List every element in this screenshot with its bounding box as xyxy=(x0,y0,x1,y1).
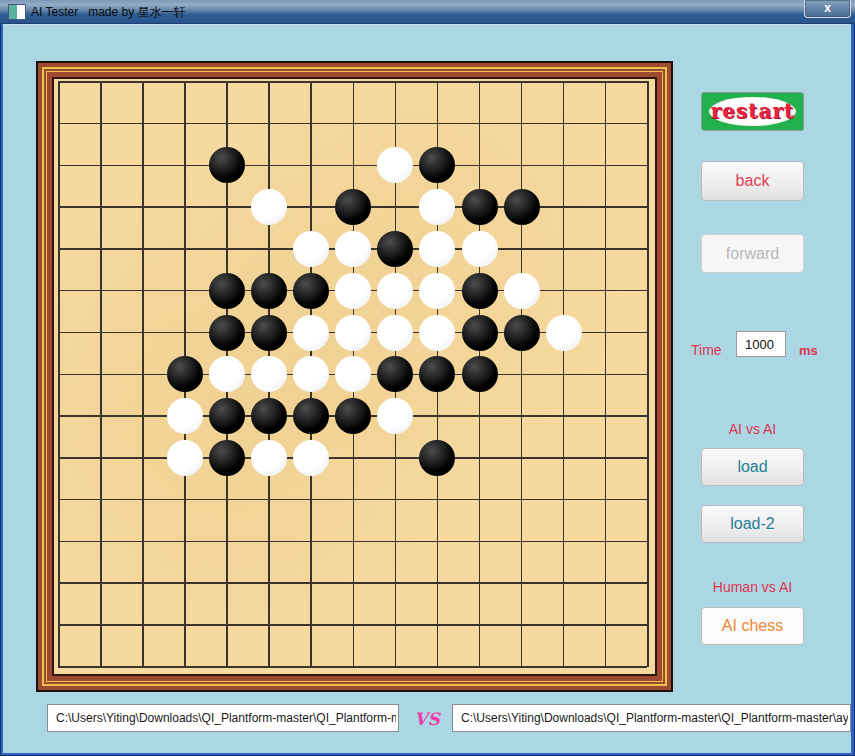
grid-line-horizontal xyxy=(58,541,647,543)
stone-white xyxy=(377,398,413,434)
stone-black xyxy=(462,356,498,392)
stone-black xyxy=(377,231,413,267)
stone-black xyxy=(335,398,371,434)
stone-white xyxy=(546,315,582,351)
stone-white xyxy=(335,315,371,351)
vs-label: VS xyxy=(405,709,449,729)
board-gold-trim-inner xyxy=(46,71,663,682)
stone-white xyxy=(293,440,329,476)
forward-button[interactable]: forward xyxy=(701,234,804,273)
close-icon: x xyxy=(824,1,831,15)
stone-black xyxy=(251,315,287,351)
load-button[interactable]: load xyxy=(701,448,804,486)
stone-white xyxy=(419,189,455,225)
stone-white xyxy=(419,231,455,267)
grid-line-horizontal xyxy=(58,624,647,626)
grid-line-horizontal xyxy=(58,666,647,668)
stone-black xyxy=(251,398,287,434)
client-area: restart back forward Time ms AI vs AI lo… xyxy=(3,24,851,753)
stone-black xyxy=(462,189,498,225)
restart-label: restart xyxy=(702,93,803,130)
stone-white xyxy=(335,356,371,392)
stone-black xyxy=(167,356,203,392)
board-gold-trim-outer xyxy=(42,67,667,686)
stone-black xyxy=(293,398,329,434)
titlebar[interactable]: AI Tester made by 星水一轩 x xyxy=(0,0,855,24)
stone-white xyxy=(293,231,329,267)
grid-line-horizontal xyxy=(58,499,647,501)
stone-black xyxy=(419,356,455,392)
stone-white xyxy=(377,273,413,309)
grid-line-horizontal xyxy=(58,457,647,459)
board-surface[interactable] xyxy=(52,77,657,676)
window-title: AI Tester made by 星水一轩 xyxy=(31,4,186,21)
ai-chess-button[interactable]: AI chess xyxy=(701,607,804,645)
close-button[interactable]: x xyxy=(804,0,851,18)
app-icon xyxy=(8,4,26,20)
stone-black xyxy=(504,315,540,351)
stone-white xyxy=(335,273,371,309)
stone-black xyxy=(377,356,413,392)
stone-black xyxy=(462,315,498,351)
stone-white xyxy=(504,273,540,309)
stone-black xyxy=(251,273,287,309)
stone-white xyxy=(251,440,287,476)
stone-white xyxy=(419,315,455,351)
grid-line-vertical xyxy=(521,81,523,667)
app-window: AI Tester made by 星水一轩 x restart back fo… xyxy=(0,0,855,756)
stone-white xyxy=(293,356,329,392)
stone-black xyxy=(335,189,371,225)
stone-white xyxy=(462,231,498,267)
stone-black xyxy=(504,189,540,225)
time-label: Time xyxy=(691,342,722,358)
grid-line-horizontal xyxy=(58,582,647,584)
right-ai-path-input[interactable] xyxy=(452,704,851,732)
grid-line-vertical xyxy=(647,81,649,667)
left-ai-path-input[interactable] xyxy=(47,704,399,732)
stone-black xyxy=(209,273,245,309)
stone-white xyxy=(209,356,245,392)
stone-black xyxy=(209,147,245,183)
human-vs-ai-label: Human vs AI xyxy=(701,579,804,595)
stone-white xyxy=(419,273,455,309)
stone-white xyxy=(377,147,413,183)
load-2-button[interactable]: load-2 xyxy=(701,505,804,543)
restart-button[interactable]: restart xyxy=(701,92,804,131)
stone-black xyxy=(209,440,245,476)
time-input[interactable] xyxy=(736,331,786,357)
stone-white xyxy=(335,231,371,267)
stone-black xyxy=(462,273,498,309)
stone-white xyxy=(167,398,203,434)
stone-black xyxy=(419,147,455,183)
stone-white xyxy=(167,440,203,476)
stone-white xyxy=(293,315,329,351)
stone-white xyxy=(377,315,413,351)
time-unit-label: ms xyxy=(799,343,818,358)
ai-vs-ai-label: AI vs AI xyxy=(701,421,804,437)
stone-white xyxy=(251,189,287,225)
stone-black xyxy=(209,315,245,351)
stone-black xyxy=(209,398,245,434)
grid-line-vertical xyxy=(605,81,607,667)
stone-black xyxy=(293,273,329,309)
grid-line-vertical xyxy=(563,81,565,667)
gomoku-board xyxy=(36,61,673,692)
back-button[interactable]: back xyxy=(701,161,804,201)
stone-black xyxy=(419,440,455,476)
board-grid[interactable] xyxy=(58,81,648,667)
stone-white xyxy=(251,356,287,392)
